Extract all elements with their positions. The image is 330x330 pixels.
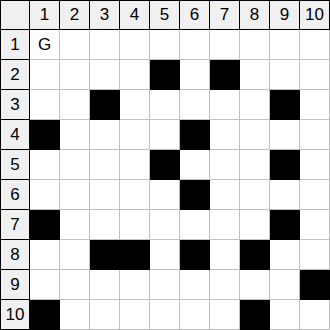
cell-r9-c6[interactable] — [180, 270, 210, 300]
blocked-cell-r3-c3 — [90, 90, 120, 120]
cell-r2-c6[interactable] — [180, 60, 210, 90]
cell-r5-c10[interactable] — [300, 150, 330, 180]
blocked-cell-r2-c5 — [150, 60, 180, 90]
row-header-1: 1 — [0, 30, 30, 60]
cell-r1-c10[interactable] — [300, 30, 330, 60]
cell-r6-c3[interactable] — [90, 180, 120, 210]
cell-r2-c4[interactable] — [120, 60, 150, 90]
cell-r7-c3[interactable] — [90, 210, 120, 240]
blocked-cell-r4-c1 — [30, 120, 60, 150]
row-header-2: 2 — [0, 60, 30, 90]
cell-r1-c2[interactable] — [60, 30, 90, 60]
cell-r9-c2[interactable] — [60, 270, 90, 300]
cell-r4-c10[interactable] — [300, 120, 330, 150]
blocked-cell-r8-c6 — [180, 240, 210, 270]
row-header-9: 9 — [0, 270, 30, 300]
blocked-cell-r10-c1 — [30, 300, 60, 330]
cell-r4-c4[interactable] — [120, 120, 150, 150]
cell-r1-c9[interactable] — [270, 30, 300, 60]
cell-r6-c4[interactable] — [120, 180, 150, 210]
cell-r3-c5[interactable] — [150, 90, 180, 120]
cell-r5-c7[interactable] — [210, 150, 240, 180]
cell-r1-c3[interactable] — [90, 30, 120, 60]
cell-r5-c6[interactable] — [180, 150, 210, 180]
cell-r8-c1[interactable] — [30, 240, 60, 270]
cell-r3-c10[interactable] — [300, 90, 330, 120]
col-header-9: 9 — [270, 0, 300, 30]
cell-r5-c4[interactable] — [120, 150, 150, 180]
cell-r8-c2[interactable] — [60, 240, 90, 270]
cell-r4-c5[interactable] — [150, 120, 180, 150]
row-header-4: 4 — [0, 120, 30, 150]
cell-r8-c10[interactable] — [300, 240, 330, 270]
cell-r5-c3[interactable] — [90, 150, 120, 180]
cell-r7-c6[interactable] — [180, 210, 210, 240]
cell-r10-c10[interactable] — [300, 300, 330, 330]
cell-r2-c9[interactable] — [270, 60, 300, 90]
cell-r10-c2[interactable] — [60, 300, 90, 330]
cell-r5-c1[interactable] — [30, 150, 60, 180]
cell-r3-c2[interactable] — [60, 90, 90, 120]
col-header-5: 5 — [150, 0, 180, 30]
cell-r8-c9[interactable] — [270, 240, 300, 270]
col-header-7: 7 — [210, 0, 240, 30]
blocked-cell-r10-c8 — [240, 300, 270, 330]
cell-r10-c9[interactable] — [270, 300, 300, 330]
cell-r9-c4[interactable] — [120, 270, 150, 300]
cell-r9-c7[interactable] — [210, 270, 240, 300]
cell-r3-c7[interactable] — [210, 90, 240, 120]
row-header-10: 10 — [0, 300, 30, 330]
corner-cell — [0, 0, 30, 30]
col-header-2: 2 — [60, 0, 90, 30]
cell-r2-c1[interactable] — [30, 60, 60, 90]
col-header-6: 6 — [180, 0, 210, 30]
cell-r7-c5[interactable] — [150, 210, 180, 240]
cell-r2-c3[interactable] — [90, 60, 120, 90]
blocked-cell-r3-c9 — [270, 90, 300, 120]
cell-r3-c8[interactable] — [240, 90, 270, 120]
cell-r10-c4[interactable] — [120, 300, 150, 330]
cell-r7-c10[interactable] — [300, 210, 330, 240]
blocked-cell-r4-c6 — [180, 120, 210, 150]
cell-r6-c7[interactable] — [210, 180, 240, 210]
cell-r1-c8[interactable] — [240, 30, 270, 60]
cell-r5-c8[interactable] — [240, 150, 270, 180]
cell-r6-c2[interactable] — [60, 180, 90, 210]
cell-r9-c3[interactable] — [90, 270, 120, 300]
cell-r4-c2[interactable] — [60, 120, 90, 150]
row-header-6: 6 — [0, 180, 30, 210]
row-header-5: 5 — [0, 150, 30, 180]
blocked-cell-r8-c4 — [120, 240, 150, 270]
cell-r9-c5[interactable] — [150, 270, 180, 300]
col-header-10: 10 — [300, 0, 330, 30]
puzzle-board: 123456789101G2345678910 — [0, 0, 330, 330]
cell-r1-c4[interactable] — [120, 30, 150, 60]
cell-r7-c7[interactable] — [210, 210, 240, 240]
cell-r6-c9[interactable] — [270, 180, 300, 210]
cell-r1-c7[interactable] — [210, 30, 240, 60]
blocked-cell-r6-c6 — [180, 180, 210, 210]
goal-cell-r1-c1[interactable]: G — [30, 30, 60, 60]
col-header-8: 8 — [240, 0, 270, 30]
cell-r3-c1[interactable] — [30, 90, 60, 120]
cell-r4-c3[interactable] — [90, 120, 120, 150]
blocked-cell-r8-c8 — [240, 240, 270, 270]
cell-r9-c8[interactable] — [240, 270, 270, 300]
cell-r7-c2[interactable] — [60, 210, 90, 240]
cell-r6-c8[interactable] — [240, 180, 270, 210]
cell-r6-c5[interactable] — [150, 180, 180, 210]
cell-r3-c4[interactable] — [120, 90, 150, 120]
blocked-cell-r5-c9 — [270, 150, 300, 180]
blocked-cell-r5-c5 — [150, 150, 180, 180]
cell-r7-c8[interactable] — [240, 210, 270, 240]
blocked-cell-r9-c10 — [300, 270, 330, 300]
blocked-cell-r7-c1 — [30, 210, 60, 240]
cell-r2-c10[interactable] — [300, 60, 330, 90]
blocked-cell-r2-c7 — [210, 60, 240, 90]
cell-r4-c8[interactable] — [240, 120, 270, 150]
cell-r4-c9[interactable] — [270, 120, 300, 150]
cell-r1-c5[interactable] — [150, 30, 180, 60]
cell-r8-c7[interactable] — [210, 240, 240, 270]
blocked-cell-r8-c3 — [90, 240, 120, 270]
cell-r6-c1[interactable] — [30, 180, 60, 210]
col-header-3: 3 — [90, 0, 120, 30]
cell-r10-c3[interactable] — [90, 300, 120, 330]
cell-r9-c9[interactable] — [270, 270, 300, 300]
cell-r2-c8[interactable] — [240, 60, 270, 90]
cell-r3-c6[interactable] — [180, 90, 210, 120]
cell-r9-c1[interactable] — [30, 270, 60, 300]
cell-r7-c4[interactable] — [120, 210, 150, 240]
cell-r2-c2[interactable] — [60, 60, 90, 90]
row-header-3: 3 — [0, 90, 30, 120]
cell-r10-c5[interactable] — [150, 300, 180, 330]
cell-r10-c7[interactable] — [210, 300, 240, 330]
cell-r8-c5[interactable] — [150, 240, 180, 270]
col-header-1: 1 — [30, 0, 60, 30]
cell-r4-c7[interactable] — [210, 120, 240, 150]
col-header-4: 4 — [120, 0, 150, 30]
blocked-cell-r7-c9 — [270, 210, 300, 240]
row-header-8: 8 — [0, 240, 30, 270]
cell-r6-c10[interactable] — [300, 180, 330, 210]
cell-r1-c6[interactable] — [180, 30, 210, 60]
cell-r5-c2[interactable] — [60, 150, 90, 180]
cell-r10-c6[interactable] — [180, 300, 210, 330]
row-header-7: 7 — [0, 210, 30, 240]
